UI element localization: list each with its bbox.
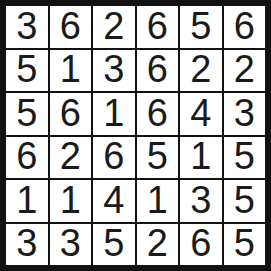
cell-r5c4[interactable]: 1 — [137, 180, 179, 222]
cell-r5c3[interactable]: 4 — [93, 180, 135, 222]
cell-r3c4[interactable]: 6 — [137, 93, 179, 135]
cell-r4c6[interactable]: 5 — [224, 137, 266, 179]
cell-r4c3[interactable]: 6 — [93, 137, 135, 179]
cell-r3c1[interactable]: 5 — [6, 93, 48, 135]
cell-r4c2[interactable]: 2 — [50, 137, 92, 179]
cell-r1c5[interactable]: 5 — [180, 6, 222, 48]
cell-r5c5[interactable]: 3 — [180, 180, 222, 222]
cell-r3c5[interactable]: 4 — [180, 93, 222, 135]
cell-r4c5[interactable]: 1 — [180, 137, 222, 179]
cell-r1c3[interactable]: 2 — [93, 6, 135, 48]
cell-r3c2[interactable]: 6 — [50, 93, 92, 135]
cell-r2c3[interactable]: 3 — [93, 50, 135, 92]
cell-r2c1[interactable]: 5 — [6, 50, 48, 92]
cell-r2c4[interactable]: 6 — [137, 50, 179, 92]
cell-r4c4[interactable]: 5 — [137, 137, 179, 179]
cell-r1c6[interactable]: 6 — [224, 6, 266, 48]
cell-r4c1[interactable]: 6 — [6, 137, 48, 179]
cell-r2c5[interactable]: 2 — [180, 50, 222, 92]
cell-r5c2[interactable]: 1 — [50, 180, 92, 222]
cell-r6c3[interactable]: 5 — [93, 224, 135, 266]
cell-r5c6[interactable]: 5 — [224, 180, 266, 222]
cell-r6c2[interactable]: 3 — [50, 224, 92, 266]
cell-r1c1[interactable]: 3 — [6, 6, 48, 48]
cell-r6c4[interactable]: 2 — [137, 224, 179, 266]
cell-r6c1[interactable]: 3 — [6, 224, 48, 266]
cell-r2c6[interactable]: 2 — [224, 50, 266, 92]
cell-r5c1[interactable]: 1 — [6, 180, 48, 222]
cell-r3c3[interactable]: 1 — [93, 93, 135, 135]
cell-r2c2[interactable]: 1 — [50, 50, 92, 92]
cell-r1c2[interactable]: 6 — [50, 6, 92, 48]
puzzle-board: 362656513622561643626515114135335265 — [0, 0, 271, 271]
cell-r6c5[interactable]: 6 — [180, 224, 222, 266]
cell-r3c6[interactable]: 3 — [224, 93, 266, 135]
cell-r1c4[interactable]: 6 — [137, 6, 179, 48]
cell-r6c6[interactable]: 5 — [224, 224, 266, 266]
